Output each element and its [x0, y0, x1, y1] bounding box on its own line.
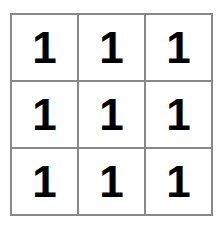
cell-r0c0[interactable]: 1	[12, 15, 77, 80]
cell-r1c0[interactable]: 1	[12, 82, 77, 147]
cell-r1c2[interactable]: 1	[146, 82, 211, 147]
cell-r1c1[interactable]: 1	[79, 82, 144, 147]
cell-value: 1	[32, 160, 56, 204]
cell-r0c1[interactable]: 1	[79, 15, 144, 80]
cell-r2c0[interactable]: 1	[12, 149, 77, 214]
cell-value: 1	[32, 93, 56, 137]
cell-r0c2[interactable]: 1	[146, 15, 211, 80]
cell-value: 1	[166, 93, 190, 137]
cell-r2c2[interactable]: 1	[146, 149, 211, 214]
puzzle-board: 1 1 1 1 1 1 1 1 1	[10, 13, 213, 216]
cell-value: 1	[166, 160, 190, 204]
cell-value: 1	[99, 26, 123, 70]
cell-value: 1	[99, 160, 123, 204]
cell-value: 1	[32, 26, 56, 70]
cell-r2c1[interactable]: 1	[79, 149, 144, 214]
cell-value: 1	[99, 93, 123, 137]
cell-value: 1	[166, 26, 190, 70]
